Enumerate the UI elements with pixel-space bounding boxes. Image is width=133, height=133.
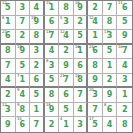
cell-r7c4[interactable]: 8 (45, 88, 60, 103)
cell-digit: 4 (5, 76, 11, 84)
cell-r3c9[interactable]: 9 (117, 30, 132, 45)
cell-r3c6[interactable]: 5 (74, 30, 89, 45)
cell-r9c4[interactable]: 2 (45, 117, 60, 132)
cell-r5c6[interactable]: 6 (74, 59, 89, 74)
cage-sum-label: 17 (104, 30, 109, 34)
cell-r2c6[interactable]: 2 (74, 16, 89, 31)
cell-r5c5[interactable]: 9 (59, 59, 74, 74)
cell-digit: 5 (122, 18, 128, 26)
cage-sum-label: 9 (17, 88, 19, 92)
cell-r5c1[interactable]: 7 (1, 59, 16, 74)
cell-digit: 2 (122, 106, 128, 114)
cell-r2c3[interactable]: 199 (30, 16, 45, 31)
cell-digit: 6 (34, 76, 40, 84)
cell-r5c9[interactable]: 4 (117, 59, 132, 74)
cell-digit: 4 (20, 91, 26, 99)
cell-r7c7[interactable]: 203 (88, 88, 103, 103)
cage-sum-label: 16 (118, 45, 123, 49)
cell-r2c7[interactable]: 124 (88, 16, 103, 31)
cage-sum-label: 8 (46, 59, 48, 63)
cell-digit: 9 (107, 91, 113, 99)
cell-digit: 8 (20, 106, 26, 114)
cage-sum-label: 16 (75, 45, 80, 49)
cell-r5c8[interactable]: 1 (103, 59, 118, 74)
cell-r3c3[interactable]: 8 (30, 30, 45, 45)
cell-r1c1[interactable]: 125 (1, 1, 16, 16)
cell-digit: 8 (122, 121, 128, 129)
cell-r6c2[interactable]: 71 (16, 74, 31, 89)
cell-digit: 2 (5, 91, 11, 99)
killer-sudoku-board: 1253415181892711681719965321248527628117… (0, 0, 133, 133)
cell-digit: 6 (122, 4, 128, 12)
cell-r4c6[interactable]: 161 (74, 45, 89, 60)
cell-r9c1[interactable]: 9 (1, 117, 16, 132)
cage-sum-label: 15 (46, 1, 51, 5)
cell-r5c2[interactable]: 5 (16, 59, 31, 74)
cell-r1c6[interactable]: 189 (74, 1, 89, 16)
cell-digit: 9 (122, 32, 128, 40)
cell-digit: 5 (92, 121, 98, 129)
cage-sum-label: 12 (89, 16, 94, 20)
cell-digit: 1 (107, 62, 113, 70)
cell-r6c8[interactable]: 2 (103, 74, 118, 89)
cell-digit: 6 (49, 18, 55, 26)
cell-digit: 5 (49, 76, 55, 84)
cell-r6c5[interactable]: 217 (59, 74, 74, 89)
cage-sum-label: 17 (89, 117, 94, 121)
cell-digit: 5 (34, 91, 40, 99)
cell-r9c7[interactable]: 175 (88, 117, 103, 132)
cell-r9c6[interactable]: 3 (74, 117, 89, 132)
cell-digit: 3 (92, 91, 98, 99)
cell-r9c9[interactable]: 8 (117, 117, 132, 132)
cell-r6c6[interactable]: 158 (74, 74, 89, 89)
cell-r8c6[interactable]: 4 (74, 103, 89, 118)
cell-r5c4[interactable]: 83 (45, 59, 60, 74)
cell-r4c4[interactable]: 4 (45, 45, 60, 60)
cell-r2c9[interactable]: 5 (117, 16, 132, 31)
cell-digit: 4 (34, 4, 40, 12)
cell-r8c9[interactable]: 2 (117, 103, 132, 118)
cell-r2c5[interactable]: 53 (59, 16, 74, 31)
cell-r2c4[interactable]: 6 (45, 16, 60, 31)
cell-r9c5[interactable]: 41 (59, 117, 74, 132)
cell-digit: 1 (63, 121, 69, 129)
cell-r3c1[interactable]: 276 (1, 30, 16, 45)
cell-digit: 1 (5, 18, 11, 26)
cell-r4c9[interactable]: 167 (117, 45, 132, 60)
cell-digit: 5 (77, 32, 83, 40)
cage-sum-label: 8 (2, 16, 4, 20)
cell-r9c8[interactable]: 4 (103, 117, 118, 132)
cell-digit: 9 (92, 76, 98, 84)
cage-sum-label: 19 (17, 45, 22, 49)
cage-sum-label: 11 (46, 30, 51, 34)
cell-r4c1[interactable]: 8 (1, 45, 16, 60)
cell-digit: 8 (107, 18, 113, 26)
cell-digit: 3 (5, 106, 11, 114)
cage-sum-label: 4 (60, 117, 62, 121)
cell-r9c2[interactable]: 156 (16, 117, 31, 132)
cage-sum-label: 18 (75, 1, 80, 5)
cell-digit: 9 (77, 4, 83, 12)
cell-digit: 8 (5, 47, 11, 55)
cell-r4c5[interactable]: 2 (59, 45, 74, 60)
cell-digit: 7 (92, 106, 98, 114)
cell-digit: 7 (5, 62, 11, 70)
cage-sum-label: 15 (75, 74, 80, 78)
cell-digit: 6 (20, 121, 26, 129)
cell-digit: 5 (5, 4, 11, 12)
cell-r7c5[interactable]: 6 (59, 88, 74, 103)
cell-r8c1[interactable]: 123 (1, 103, 16, 118)
cell-digit: 6 (77, 62, 83, 70)
cage-sum-label: 27 (2, 30, 7, 34)
cell-r5c7[interactable]: 8 (88, 59, 103, 74)
cell-r1c4[interactable]: 151 (45, 1, 60, 16)
cell-r2c2[interactable]: 7 (16, 16, 31, 31)
cell-r3c8[interactable]: 173 (103, 30, 118, 45)
cell-digit: 5 (107, 47, 113, 55)
cell-r7c2[interactable]: 94 (16, 88, 31, 103)
cell-digit: 1 (49, 4, 55, 12)
cell-digit: 4 (77, 106, 83, 114)
cell-r6c7[interactable]: 9 (88, 74, 103, 89)
cell-r6c9[interactable]: 3 (117, 74, 132, 89)
cell-r6c3[interactable]: 6 (30, 74, 45, 89)
cell-r1c5[interactable]: 8 (59, 1, 74, 16)
cell-r8c3[interactable]: 1 (30, 103, 45, 118)
cell-r4c2[interactable]: 199 (16, 45, 31, 60)
cage-sum-label: 21 (60, 74, 65, 78)
cell-r8c8[interactable]: 86 (103, 103, 118, 118)
cell-digit: 3 (20, 4, 26, 12)
cage-sum-label: 5 (60, 16, 62, 20)
cell-r7c3[interactable]: 5 (30, 88, 45, 103)
cell-r1c7[interactable]: 2 (88, 1, 103, 16)
cage-sum-label: 19 (31, 16, 36, 20)
cell-digit: 6 (63, 91, 69, 99)
cell-r4c7[interactable]: 246 (88, 45, 103, 60)
cell-digit: 4 (107, 121, 113, 129)
cell-r3c4[interactable]: 117 (45, 30, 60, 45)
cell-digit: 1 (34, 106, 40, 114)
cell-r1c3[interactable]: 4 (30, 1, 45, 16)
cell-digit: 1 (20, 76, 26, 84)
cell-digit: 2 (63, 47, 69, 55)
cell-r7c9[interactable]: 1 (117, 88, 132, 103)
cell-digit: 7 (77, 91, 83, 99)
cell-r4c3[interactable]: 3 (30, 45, 45, 60)
cell-digit: 1 (122, 91, 128, 99)
cell-r4c8[interactable]: 5 (103, 45, 118, 60)
cell-r8c5[interactable]: 5 (59, 103, 74, 118)
cell-digit: 2 (49, 121, 55, 129)
cell-r8c2[interactable]: 98 (16, 103, 31, 118)
cell-digit: 2 (77, 18, 83, 26)
cell-r9c3[interactable]: 7 (30, 117, 45, 132)
cell-r2c8[interactable]: 8 (103, 16, 118, 31)
cell-r7c8[interactable]: 9 (103, 88, 118, 103)
cell-r2c1[interactable]: 81 (1, 16, 16, 31)
cell-digit: 7 (20, 18, 26, 26)
cell-digit: 6 (107, 106, 113, 114)
cell-digit: 3 (122, 76, 128, 84)
cell-r1c2[interactable]: 3 (16, 1, 31, 16)
cage-sum-label: 18 (46, 103, 51, 107)
cell-digit: 8 (63, 4, 69, 12)
cell-digit: 5 (63, 106, 69, 114)
cell-r8c4[interactable]: 189 (45, 103, 60, 118)
cage-sum-label: 24 (89, 45, 94, 49)
cell-digit: 9 (5, 121, 11, 129)
cell-digit: 1 (92, 32, 98, 40)
cage-sum-label: 11 (118, 1, 123, 5)
cell-r7c1[interactable]: 2 (1, 88, 16, 103)
cell-r3c5[interactable]: 124 (59, 30, 74, 45)
cell-r8c7[interactable]: 7 (88, 103, 103, 118)
cell-digit: 9 (63, 62, 69, 70)
cell-digit: 2 (20, 32, 26, 40)
cell-digit: 4 (49, 47, 55, 55)
cell-digit: 3 (49, 62, 55, 70)
cell-r1c8[interactable]: 7 (103, 1, 118, 16)
cell-digit: 8 (92, 62, 98, 70)
cell-digit: 8 (34, 32, 40, 40)
cell-digit: 5 (20, 62, 26, 70)
cell-digit: 3 (63, 18, 69, 26)
cage-sum-label: 7 (17, 74, 19, 78)
cell-r5c3[interactable]: 2 (30, 59, 45, 74)
cell-digit: 3 (34, 47, 40, 55)
cage-sum-label: 12 (2, 103, 7, 107)
cell-digit: 7 (34, 121, 40, 129)
cage-sum-label: 12 (60, 30, 65, 34)
cell-r6c4[interactable]: 5 (45, 74, 60, 89)
cage-sum-label: 8 (104, 103, 106, 107)
cell-digit: 2 (34, 62, 40, 70)
cell-digit: 2 (107, 76, 113, 84)
cell-r7c6[interactable]: 7 (74, 88, 89, 103)
cell-digit: 7 (107, 4, 113, 12)
cell-digit: 8 (49, 91, 55, 99)
cell-r6c1[interactable]: 4 (1, 74, 16, 89)
cage-sum-label: 20 (89, 88, 94, 92)
cell-r3c2[interactable]: 2 (16, 30, 31, 45)
cell-r1c9[interactable]: 116 (117, 1, 132, 16)
cell-digit: 2 (92, 4, 98, 12)
cell-digit: 4 (122, 62, 128, 70)
cage-sum-label: 9 (17, 103, 19, 107)
cell-r3c7[interactable]: 1 (88, 30, 103, 45)
cage-sum-label: 15 (17, 117, 22, 121)
cell-digit: 9 (49, 106, 55, 114)
cage-sum-label: 12 (2, 1, 7, 5)
cell-digit: 3 (77, 121, 83, 129)
